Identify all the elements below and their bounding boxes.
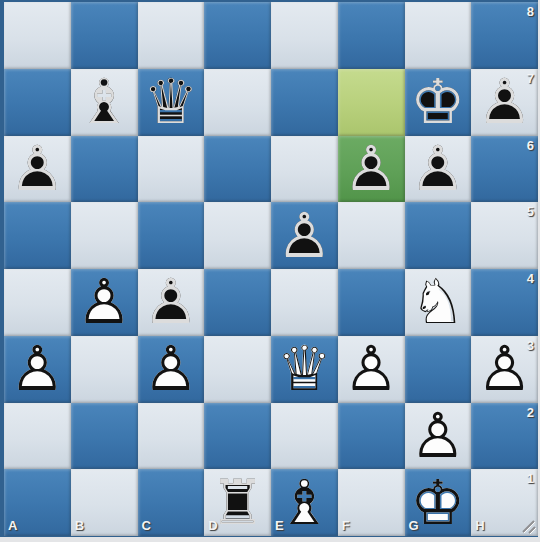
square-b2[interactable] — [71, 403, 138, 470]
rank-label-8: 8 — [527, 4, 534, 19]
square-e7[interactable] — [271, 69, 338, 136]
square-e2[interactable] — [271, 403, 338, 470]
square-a8[interactable] — [4, 2, 71, 69]
square-d6[interactable] — [204, 136, 271, 203]
square-h6[interactable]: 6 — [471, 136, 538, 203]
square-c4[interactable]: ♟♙ — [138, 269, 205, 336]
square-c8[interactable] — [138, 2, 205, 69]
square-g8[interactable] — [405, 2, 472, 69]
black-king-outline: ♔ — [405, 69, 472, 136]
square-f6[interactable]: ♟♙ — [338, 136, 405, 203]
square-e4[interactable] — [271, 269, 338, 336]
resize-grip-icon[interactable] — [519, 517, 537, 535]
piece-black-pawn[interactable]: ♟♙ — [138, 269, 205, 336]
file-label-a: A — [8, 518, 17, 533]
square-a6[interactable]: ♟♙ — [4, 136, 71, 203]
square-h7[interactable]: ♟♙7 — [471, 69, 538, 136]
square-a3[interactable]: ♟♙ — [4, 336, 71, 403]
square-h8[interactable]: 8 — [471, 2, 538, 69]
piece-white-pawn[interactable]: ♟♙ — [138, 336, 205, 403]
file-label-e: E — [275, 518, 284, 533]
piece-white-pawn[interactable]: ♟♙ — [71, 269, 138, 336]
piece-white-pawn[interactable]: ♟♙ — [4, 336, 71, 403]
rank-label-6: 6 — [527, 138, 534, 153]
square-b6[interactable] — [71, 136, 138, 203]
black-pawn-outline: ♙ — [138, 269, 205, 336]
square-a4[interactable] — [4, 269, 71, 336]
square-b3[interactable] — [71, 336, 138, 403]
white-pawn-outline: ♙ — [4, 336, 71, 403]
square-g5[interactable] — [405, 202, 472, 269]
square-e8[interactable] — [271, 2, 338, 69]
square-b5[interactable] — [71, 202, 138, 269]
square-e6[interactable] — [271, 136, 338, 203]
file-label-c: C — [142, 518, 151, 533]
black-pawn-outline: ♙ — [271, 202, 338, 269]
square-d8[interactable] — [204, 2, 271, 69]
square-f2[interactable] — [338, 403, 405, 470]
piece-black-pawn[interactable]: ♟♙ — [405, 136, 472, 203]
file-label-f: F — [342, 518, 350, 533]
rank-label-5: 5 — [527, 204, 534, 219]
square-g6[interactable]: ♟♙ — [405, 136, 472, 203]
square-g3[interactable] — [405, 336, 472, 403]
square-b8[interactable] — [71, 2, 138, 69]
piece-white-knight[interactable]: ♞♘ — [405, 269, 472, 336]
white-pawn-outline: ♙ — [405, 403, 472, 470]
square-a2[interactable] — [4, 403, 71, 470]
square-e1[interactable]: ♝♗E — [271, 469, 338, 536]
square-f5[interactable] — [338, 202, 405, 269]
rank-label-1: 1 — [527, 471, 534, 486]
square-d4[interactable] — [204, 269, 271, 336]
chess-board: 8♝♗♛♕♚♔♟♙7♟♙♟♙♟♙6♟♙5♟♙♟♙♞♘4♟♙♟♙♛♕♟♙♟♙3♟♙… — [4, 2, 538, 536]
piece-white-pawn[interactable]: ♟♙ — [338, 336, 405, 403]
white-pawn-outline: ♙ — [71, 269, 138, 336]
square-f8[interactable] — [338, 2, 405, 69]
square-h3[interactable]: ♟♙3 — [471, 336, 538, 403]
piece-white-queen[interactable]: ♛♕ — [271, 336, 338, 403]
square-g2[interactable]: ♟♙ — [405, 403, 472, 470]
square-h4[interactable]: 4 — [471, 269, 538, 336]
black-queen-outline: ♕ — [138, 69, 205, 136]
square-a5[interactable] — [4, 202, 71, 269]
square-h5[interactable]: 5 — [471, 202, 538, 269]
square-c2[interactable] — [138, 403, 205, 470]
file-label-g: G — [409, 518, 419, 533]
white-pawn-outline: ♙ — [338, 336, 405, 403]
square-d5[interactable] — [204, 202, 271, 269]
black-pawn-outline: ♙ — [405, 136, 472, 203]
square-b1[interactable]: B — [71, 469, 138, 536]
square-a1[interactable]: A — [4, 469, 71, 536]
piece-black-pawn[interactable]: ♟♙ — [271, 202, 338, 269]
square-f1[interactable]: F — [338, 469, 405, 536]
square-e3[interactable]: ♛♕ — [271, 336, 338, 403]
square-d2[interactable] — [204, 403, 271, 470]
square-d3[interactable] — [204, 336, 271, 403]
square-f7[interactable] — [338, 69, 405, 136]
board-window: 8♝♗♛♕♚♔♟♙7♟♙♟♙♟♙6♟♙5♟♙♟♙♞♘4♟♙♟♙♛♕♟♙♟♙3♟♙… — [0, 0, 540, 542]
square-g7[interactable]: ♚♔ — [405, 69, 472, 136]
white-queen-outline: ♕ — [271, 336, 338, 403]
piece-black-bishop[interactable]: ♝♗ — [71, 69, 138, 136]
piece-black-pawn[interactable]: ♟♙ — [338, 136, 405, 203]
square-a7[interactable] — [4, 69, 71, 136]
white-pawn-outline: ♙ — [138, 336, 205, 403]
black-pawn-outline: ♙ — [338, 136, 405, 203]
rank-label-3: 3 — [527, 338, 534, 353]
piece-white-pawn[interactable]: ♟♙ — [405, 403, 472, 470]
square-f4[interactable] — [338, 269, 405, 336]
file-label-d: D — [208, 518, 217, 533]
piece-black-pawn[interactable]: ♟♙ — [4, 136, 71, 203]
black-pawn-outline: ♙ — [4, 136, 71, 203]
square-h2[interactable]: 2 — [471, 403, 538, 470]
square-d7[interactable] — [204, 69, 271, 136]
square-c5[interactable] — [138, 202, 205, 269]
square-e5[interactable]: ♟♙ — [271, 202, 338, 269]
piece-black-king[interactable]: ♚♔ — [405, 69, 472, 136]
piece-black-queen[interactable]: ♛♕ — [138, 69, 205, 136]
square-g4[interactable]: ♞♘ — [405, 269, 472, 336]
rank-label-4: 4 — [527, 271, 534, 286]
square-c6[interactable] — [138, 136, 205, 203]
rank-label-7: 7 — [527, 71, 534, 86]
square-c1[interactable]: C — [138, 469, 205, 536]
square-d1[interactable]: ♜♖D — [204, 469, 271, 536]
black-bishop-outline: ♗ — [71, 69, 138, 136]
square-f3[interactable]: ♟♙ — [338, 336, 405, 403]
file-label-h: H — [475, 518, 484, 533]
white-knight-outline: ♘ — [405, 269, 472, 336]
file-label-b: B — [75, 518, 84, 533]
square-b7[interactable]: ♝♗ — [71, 69, 138, 136]
rank-label-2: 2 — [527, 405, 534, 420]
square-g1[interactable]: ♚♔G — [405, 469, 472, 536]
square-c3[interactable]: ♟♙ — [138, 336, 205, 403]
square-c7[interactable]: ♛♕ — [138, 69, 205, 136]
square-b4[interactable]: ♟♙ — [71, 269, 138, 336]
